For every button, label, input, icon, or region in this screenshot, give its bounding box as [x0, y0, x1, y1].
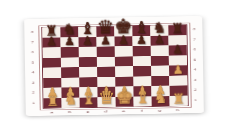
rank-labels-right: 12345678: [189, 24, 200, 105]
square-c4[interactable]: [79, 67, 97, 77]
square-b7[interactable]: ♟: [60, 37, 78, 47]
square-d6[interactable]: [97, 46, 115, 56]
square-c5[interactable]: [79, 57, 97, 67]
square-a1[interactable]: ♜: [44, 98, 62, 108]
square-c6[interactable]: [79, 47, 97, 57]
piece-black-pawn-f7[interactable]: ♟: [136, 34, 147, 46]
rank-label-left-1: 1: [29, 98, 39, 108]
square-e7[interactable]: ♟: [114, 36, 132, 46]
rank-label-right-4: 4: [190, 64, 200, 74]
rank-label-left-8: 8: [27, 27, 37, 37]
file-label-d: d: [97, 110, 115, 114]
square-f7[interactable]: ♟: [132, 36, 150, 46]
piece-white-pawn-h4[interactable]: ♟: [173, 63, 184, 75]
piece-white-knight-b1[interactable]: ♞: [64, 92, 78, 107]
rank-labels-left: 12345678: [27, 27, 38, 108]
piece-white-knight-g1[interactable]: ♞: [154, 91, 168, 106]
square-f6[interactable]: [133, 46, 151, 56]
piece-white-bishop-f1[interactable]: ♝: [135, 90, 150, 106]
board-grid: ♜♞♝♛♚♝♞♜♟♟♟♟♟♟♟♟♟♟♟♟♟♟♟♟♜♞♝♛♚♝♞♜: [41, 24, 188, 108]
rank-label-right-3: 3: [190, 75, 200, 85]
square-d5[interactable]: [97, 56, 115, 66]
rank-label-right-8: 8: [189, 24, 199, 34]
piece-black-pawn-d7[interactable]: ♟: [100, 34, 111, 46]
piece-black-pawn-a7[interactable]: ♟: [46, 35, 57, 47]
piece-black-rook-h8[interactable]: ♜: [171, 21, 184, 35]
piece-white-rook-h1[interactable]: ♜: [172, 92, 185, 106]
rank-label-left-7: 7: [27, 37, 37, 47]
rank-label-left-2: 2: [28, 87, 38, 97]
square-b1[interactable]: ♞: [62, 97, 80, 107]
square-g6[interactable]: [151, 45, 169, 55]
chess-board-mat: ♜♞♝♛♚♝♞♜♟♟♟♟♟♟♟♟♟♟♟♟♟♟♟♟♜♞♝♛♚♝♞♜ abcdefg…: [24, 16, 204, 116]
square-c1[interactable]: ♝: [80, 97, 98, 107]
piece-white-king-e1[interactable]: ♚: [115, 87, 133, 107]
square-b5[interactable]: [61, 57, 79, 67]
piece-white-rook-a1[interactable]: ♜: [46, 94, 59, 108]
square-c7[interactable]: ♟: [78, 37, 96, 47]
square-f4[interactable]: [133, 66, 151, 76]
square-e6[interactable]: [115, 46, 133, 56]
file-label-a: a: [43, 111, 61, 115]
square-f1[interactable]: ♝: [134, 96, 152, 106]
rank-label-right-2: 2: [190, 85, 200, 95]
file-label-b: b: [61, 110, 79, 114]
file-label-g: g: [151, 109, 169, 113]
square-e1[interactable]: ♚: [116, 96, 134, 106]
file-labels: abcdefgh: [43, 108, 187, 114]
square-b4[interactable]: [61, 67, 79, 77]
rank-label-left-4: 4: [28, 67, 38, 77]
square-d1[interactable]: ♛: [98, 97, 116, 107]
square-a5[interactable]: [43, 57, 61, 67]
square-h6[interactable]: ♟: [169, 45, 187, 55]
square-h3[interactable]: [169, 75, 187, 85]
square-g1[interactable]: ♞: [152, 96, 170, 106]
square-f5[interactable]: [133, 56, 151, 66]
rank-label-right-6: 6: [190, 44, 200, 54]
piece-white-bishop-c1[interactable]: ♝: [81, 91, 96, 107]
square-a4[interactable]: [43, 67, 61, 77]
square-g4[interactable]: [151, 66, 169, 76]
file-label-c: c: [79, 110, 97, 114]
file-label-e: e: [115, 109, 133, 113]
piece-black-pawn-c7[interactable]: ♟: [82, 35, 93, 47]
square-e5[interactable]: [115, 56, 133, 66]
square-g7[interactable]: ♟: [150, 35, 168, 45]
square-d4[interactable]: [97, 67, 115, 77]
square-b6[interactable]: [61, 47, 79, 57]
file-label-h: h: [169, 108, 187, 112]
rank-label-left-6: 6: [28, 47, 38, 57]
square-g5[interactable]: [151, 56, 169, 66]
file-label-f: f: [133, 109, 151, 113]
piece-black-pawn-b7[interactable]: ♟: [64, 35, 75, 47]
square-d7[interactable]: ♟: [96, 36, 114, 46]
piece-black-pawn-h6[interactable]: ♟: [172, 43, 183, 55]
photo-scene: ♜♞♝♛♚♝♞♜♟♟♟♟♟♟♟♟♟♟♟♟♟♟♟♟♜♞♝♛♚♝♞♜ abcdefg…: [0, 0, 228, 128]
square-a6[interactable]: [43, 47, 61, 57]
rank-label-right-5: 5: [190, 54, 200, 64]
piece-white-queen-d1[interactable]: ♛: [98, 88, 115, 107]
square-a7[interactable]: ♟: [42, 37, 60, 47]
piece-black-pawn-g7[interactable]: ♟: [154, 34, 165, 46]
piece-black-pawn-e7[interactable]: ♟: [118, 34, 129, 46]
square-h4[interactable]: ♟: [169, 65, 187, 75]
square-e4[interactable]: [115, 66, 133, 76]
rank-label-left-5: 5: [28, 57, 38, 67]
square-h8[interactable]: ♜: [168, 25, 186, 35]
square-h1[interactable]: ♜: [170, 95, 188, 105]
rank-label-right-1: 1: [191, 95, 201, 105]
rank-label-left-3: 3: [28, 77, 38, 87]
rank-label-right-7: 7: [189, 34, 199, 44]
